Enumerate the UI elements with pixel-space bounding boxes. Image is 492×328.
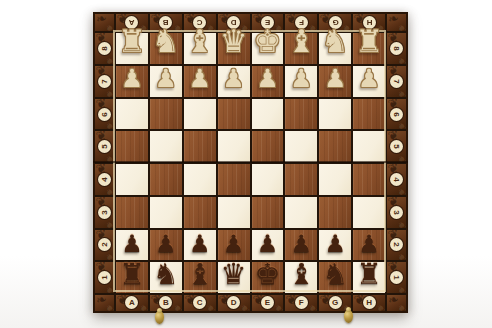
piece-black-rook-h1[interactable]: ♜ — [356, 260, 382, 289]
carved-ornament-icon: ❦ — [103, 251, 114, 260]
carved-ornament-icon: ❦ — [273, 302, 284, 311]
coordinate-label: 8 — [98, 42, 111, 55]
coordinate-label: 6 — [390, 108, 403, 121]
square-a6[interactable] — [116, 99, 148, 130]
frame-corner: ❧❦ — [95, 14, 114, 31]
frame-bottom-file-a: ❦❦A — [116, 295, 148, 311]
carved-ornament-icon: ❦ — [103, 218, 114, 227]
square-a1[interactable]: ♜ — [116, 262, 148, 293]
piece-white-knight-b8[interactable]: ♞ — [152, 26, 180, 57]
photo-background: ❧❦❦❦A❦❦B❦❦C❦❦D❦❦E❦❦F❦❦G❦❦H❧❦❦❦8♜♞♝♛♚♝♞♜❦… — [0, 0, 492, 328]
frame-bottom-file-d: ❦❦D — [218, 295, 250, 311]
piece-black-knight-b1[interactable]: ♞ — [153, 260, 179, 289]
carved-ornament-icon: ❦ — [374, 302, 385, 311]
square-g2[interactable]: ♟ — [319, 230, 351, 261]
frame-right-rank-2: ❦❦2 — [387, 230, 406, 261]
brass-clasp-left — [155, 311, 164, 324]
square-h6[interactable] — [353, 99, 385, 130]
piece-black-pawn-a2[interactable]: ♟ — [121, 232, 143, 256]
carved-ornament-icon: ❦ — [103, 55, 114, 64]
piece-white-king-e8[interactable]: ♚ — [254, 26, 282, 57]
square-e6[interactable] — [252, 99, 284, 130]
square-h7[interactable]: ♟ — [353, 66, 385, 97]
piece-black-pawn-h2[interactable]: ♟ — [358, 232, 380, 256]
coordinate-label: 3 — [98, 206, 111, 219]
piece-white-pawn-d7[interactable]: ♟ — [222, 66, 244, 91]
frame-bottom-file-b: ❦❦B — [150, 295, 182, 311]
square-d2[interactable]: ♟ — [218, 230, 250, 261]
square-a4[interactable] — [116, 164, 148, 195]
piece-black-king-e1[interactable]: ♚ — [254, 260, 280, 289]
coordinate-label: 1 — [98, 271, 111, 284]
piece-white-pawn-b7[interactable]: ♟ — [155, 66, 177, 91]
coordinate-label: 8 — [390, 42, 403, 55]
frame-left-rank-1: ❦❦1 — [95, 262, 114, 293]
coordinate-label: E — [261, 296, 274, 309]
piece-black-queen-d1[interactable]: ♛ — [221, 260, 247, 289]
carved-ornament-icon: ❦ — [137, 302, 148, 311]
frame-left-rank-5: ❦❦5 — [95, 131, 114, 162]
carved-ornament-icon: ❦ — [395, 302, 406, 311]
frame-right-rank-4: ❦❦4 — [387, 164, 406, 195]
square-a7[interactable]: ♟ — [116, 66, 148, 97]
frame-right-rank-7: ❦❦7 — [387, 66, 406, 97]
square-b6[interactable] — [150, 99, 182, 130]
coordinate-label: 5 — [390, 140, 403, 153]
piece-black-knight-g1[interactable]: ♞ — [322, 260, 348, 289]
carved-ornament-icon: ❦ — [395, 22, 406, 31]
square-e7[interactable]: ♟ — [252, 66, 284, 97]
coordinate-label: 7 — [390, 75, 403, 88]
carved-ornament-icon: ❦ — [103, 22, 114, 31]
coordinate-label: D — [227, 296, 240, 309]
square-b3[interactable] — [150, 197, 182, 228]
carved-ornament-icon: ❦ — [395, 87, 406, 96]
frame-right-rank-1: ❦❦1 — [387, 262, 406, 293]
carved-ornament-icon: ❦ — [205, 302, 216, 311]
piece-white-rook-a8[interactable]: ♜ — [118, 26, 146, 57]
coordinate-label: H — [363, 296, 376, 309]
carved-ornament-icon: ❧ — [95, 295, 108, 307]
coordinate-label: F — [295, 296, 308, 309]
carved-ornament-icon: ❦ — [395, 251, 406, 260]
square-c8[interactable]: ♝ — [184, 33, 216, 64]
square-f7[interactable]: ♟ — [285, 66, 317, 97]
carved-ornament-icon: ❧ — [387, 14, 400, 26]
square-d1[interactable]: ♛ — [218, 262, 250, 293]
carved-ornament-icon: ❦ — [395, 120, 406, 129]
frame-bottom-file-h: ❦❦H — [353, 295, 385, 311]
square-b4[interactable] — [150, 164, 182, 195]
coordinate-label: 5 — [98, 140, 111, 153]
piece-black-bishop-c1[interactable]: ♝ — [187, 260, 213, 289]
carved-ornament-icon: ❦ — [239, 302, 250, 311]
square-d7[interactable]: ♟ — [218, 66, 250, 97]
carved-ornament-icon: ❦ — [171, 302, 182, 311]
square-h5[interactable] — [353, 131, 385, 162]
frame-bottom-file-e: ❦❦E — [252, 295, 284, 311]
square-f2[interactable]: ♟ — [285, 230, 317, 261]
square-c6[interactable] — [184, 99, 216, 130]
square-c2[interactable]: ♟ — [184, 230, 216, 261]
coordinate-label: 6 — [98, 108, 111, 121]
brass-clasp-right — [344, 310, 353, 323]
carved-ornament-icon: ❦ — [103, 284, 114, 293]
piece-black-pawn-f2[interactable]: ♟ — [291, 232, 313, 256]
square-h1[interactable]: ♜ — [353, 262, 385, 293]
square-h4[interactable] — [353, 164, 385, 195]
carved-ornament-icon: ❦ — [103, 120, 114, 129]
square-b5[interactable] — [150, 131, 182, 162]
piece-white-bishop-f8[interactable]: ♝ — [287, 26, 315, 57]
piece-white-knight-g8[interactable]: ♞ — [321, 26, 349, 57]
carved-ornament-icon: ❦ — [395, 55, 406, 64]
carved-ornament-icon: ❧ — [387, 295, 400, 307]
frame-left-rank-2: ❦❦2 — [95, 230, 114, 261]
square-f8[interactable]: ♝ — [285, 33, 317, 64]
piece-black-rook-a1[interactable]: ♜ — [119, 260, 145, 289]
square-f1[interactable]: ♝ — [285, 262, 317, 293]
square-f5[interactable] — [285, 131, 317, 162]
frame-right-rank-5: ❦❦5 — [387, 131, 406, 162]
square-c4[interactable] — [184, 164, 216, 195]
coordinate-label: A — [125, 296, 138, 309]
piece-black-pawn-b2[interactable]: ♟ — [155, 232, 177, 256]
square-e2[interactable]: ♟ — [252, 230, 284, 261]
carved-ornament-icon: ❦ — [306, 302, 317, 311]
frame-corner: ❧❦ — [387, 14, 406, 31]
piece-white-bishop-c8[interactable]: ♝ — [186, 26, 214, 57]
board-fold-seam — [93, 161, 408, 163]
square-g4[interactable] — [319, 164, 351, 195]
square-b8[interactable]: ♞ — [150, 33, 182, 64]
piece-white-pawn-f7[interactable]: ♟ — [290, 66, 312, 91]
piece-white-pawn-g7[interactable]: ♟ — [324, 66, 346, 91]
square-c1[interactable]: ♝ — [184, 262, 216, 293]
coordinate-label: 1 — [390, 271, 403, 284]
frame-left-rank-6: ❦❦6 — [95, 99, 114, 130]
frame-left-rank-8: ❦❦8 — [95, 33, 114, 64]
square-h3[interactable] — [353, 197, 385, 228]
frame-left-rank-4: ❦❦4 — [95, 164, 114, 195]
carved-ornament-icon: ❦ — [395, 218, 406, 227]
frame-bottom-file-c: ❦❦C — [184, 295, 216, 311]
carved-ornament-icon: ❦ — [395, 186, 406, 195]
carved-ornament-icon: ❧ — [95, 14, 108, 26]
piece-white-queen-d8[interactable]: ♛ — [220, 26, 248, 57]
frame-right-rank-8: ❦❦8 — [387, 33, 406, 64]
coordinate-label: B — [159, 296, 172, 309]
square-e1[interactable]: ♚ — [252, 262, 284, 293]
coordinate-label: 4 — [98, 173, 111, 186]
square-a5[interactable] — [116, 131, 148, 162]
square-g3[interactable] — [319, 197, 351, 228]
frame-left-rank-7: ❦❦7 — [95, 66, 114, 97]
square-h8[interactable]: ♜ — [353, 33, 385, 64]
carved-ornament-icon: ❦ — [395, 284, 406, 293]
square-d3[interactable] — [218, 197, 250, 228]
piece-black-bishop-f1[interactable]: ♝ — [288, 260, 314, 289]
square-f6[interactable] — [285, 99, 317, 130]
square-b7[interactable]: ♟ — [150, 66, 182, 97]
coordinate-label: 2 — [98, 238, 111, 251]
coordinate-label: G — [329, 296, 342, 309]
coordinate-label: C — [193, 296, 206, 309]
square-g8[interactable]: ♞ — [319, 33, 351, 64]
square-g1[interactable]: ♞ — [319, 262, 351, 293]
frame-right-rank-6: ❦❦6 — [387, 99, 406, 130]
frame-corner: ❧❦ — [387, 295, 406, 311]
piece-white-rook-h8[interactable]: ♜ — [355, 26, 383, 57]
piece-white-pawn-e7[interactable]: ♟ — [256, 66, 278, 91]
piece-white-pawn-h7[interactable]: ♟ — [358, 66, 380, 91]
piece-white-pawn-a7[interactable]: ♟ — [121, 66, 143, 91]
carved-ornament-icon: ❦ — [103, 186, 114, 195]
square-b2[interactable]: ♟ — [150, 230, 182, 261]
piece-black-pawn-c2[interactable]: ♟ — [189, 232, 211, 256]
square-d5[interactable] — [218, 131, 250, 162]
piece-black-pawn-g2[interactable]: ♟ — [324, 232, 346, 256]
square-d6[interactable] — [218, 99, 250, 130]
carved-ornament-icon: ❦ — [103, 302, 114, 311]
piece-black-pawn-e2[interactable]: ♟ — [257, 232, 279, 256]
frame-corner: ❧❦ — [95, 295, 114, 311]
square-d4[interactable] — [218, 164, 250, 195]
coordinate-label: 2 — [390, 238, 403, 251]
carved-ornament-icon: ❦ — [103, 87, 114, 96]
square-a3[interactable] — [116, 197, 148, 228]
square-e3[interactable] — [252, 197, 284, 228]
square-e8[interactable]: ♚ — [252, 33, 284, 64]
square-h2[interactable]: ♟ — [353, 230, 385, 261]
square-c3[interactable] — [184, 197, 216, 228]
coordinate-label: 3 — [390, 206, 403, 219]
coordinate-label: 7 — [98, 75, 111, 88]
square-f4[interactable] — [285, 164, 317, 195]
frame-right-rank-3: ❦❦3 — [387, 197, 406, 228]
piece-black-pawn-d2[interactable]: ♟ — [223, 232, 245, 256]
frame-left-rank-3: ❦❦3 — [95, 197, 114, 228]
square-a8[interactable]: ♜ — [116, 33, 148, 64]
piece-white-pawn-c7[interactable]: ♟ — [188, 66, 210, 91]
square-d8[interactable]: ♛ — [218, 33, 250, 64]
square-g5[interactable] — [319, 131, 351, 162]
square-a2[interactable]: ♟ — [116, 230, 148, 261]
square-g7[interactable]: ♟ — [319, 66, 351, 97]
square-e5[interactable] — [252, 131, 284, 162]
square-b1[interactable]: ♞ — [150, 262, 182, 293]
coordinate-label: 4 — [390, 173, 403, 186]
square-g6[interactable] — [319, 99, 351, 130]
square-c7[interactable]: ♟ — [184, 66, 216, 97]
square-e4[interactable] — [252, 164, 284, 195]
square-f3[interactable] — [285, 197, 317, 228]
frame-bottom-file-f: ❦❦F — [285, 295, 317, 311]
square-c5[interactable] — [184, 131, 216, 162]
